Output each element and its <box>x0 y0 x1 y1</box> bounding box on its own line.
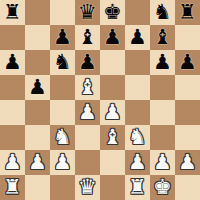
square-b4[interactable] <box>25 100 50 125</box>
square-g2[interactable]: ♟ <box>150 150 175 175</box>
square-a4[interactable] <box>0 100 25 125</box>
square-e1[interactable] <box>100 175 125 200</box>
square-d4[interactable]: ♟ <box>75 100 100 125</box>
piece-white-pawn[interactable]: ♟ <box>178 150 197 175</box>
square-a1[interactable]: ♜ <box>0 175 25 200</box>
square-g1[interactable]: ♚ <box>150 175 175 200</box>
square-h2[interactable]: ♟ <box>175 150 200 175</box>
square-d2[interactable] <box>75 150 100 175</box>
piece-black-knight[interactable]: ♞ <box>153 0 172 25</box>
square-f6[interactable] <box>125 50 150 75</box>
piece-white-queen[interactable]: ♛ <box>78 175 97 200</box>
piece-black-bishop[interactable]: ♝ <box>153 25 172 50</box>
square-g4[interactable] <box>150 100 175 125</box>
square-b6[interactable] <box>25 50 50 75</box>
square-e5[interactable] <box>100 75 125 100</box>
square-d5[interactable]: ♝ <box>75 75 100 100</box>
square-d3[interactable] <box>75 125 100 150</box>
piece-black-rook[interactable]: ♜ <box>3 0 22 25</box>
square-b5[interactable]: ♟ <box>25 75 50 100</box>
square-f2[interactable]: ♟ <box>125 150 150 175</box>
square-c6[interactable]: ♞ <box>50 50 75 75</box>
piece-black-queen[interactable]: ♛ <box>78 0 97 25</box>
square-d8[interactable]: ♛ <box>75 0 100 25</box>
chess-board: ♜♛♚♞♜♟♝♟♟♝♟♞♟♟♟♟♝♟♟♞♝♞♟♟♟♟♟♟♜♛♜♚ <box>0 0 200 200</box>
square-e8[interactable]: ♚ <box>100 0 125 25</box>
square-g3[interactable] <box>150 125 175 150</box>
square-d1[interactable]: ♛ <box>75 175 100 200</box>
square-h1[interactable] <box>175 175 200 200</box>
square-a3[interactable] <box>0 125 25 150</box>
square-b7[interactable] <box>25 25 50 50</box>
piece-black-pawn[interactable]: ♟ <box>128 25 147 50</box>
piece-white-pawn[interactable]: ♟ <box>28 150 47 175</box>
square-a7[interactable] <box>0 25 25 50</box>
square-h3[interactable] <box>175 125 200 150</box>
square-c4[interactable] <box>50 100 75 125</box>
square-f5[interactable] <box>125 75 150 100</box>
piece-black-pawn[interactable]: ♟ <box>103 25 122 50</box>
square-e7[interactable]: ♟ <box>100 25 125 50</box>
piece-white-pawn[interactable]: ♟ <box>78 100 97 125</box>
square-g6[interactable]: ♟ <box>150 50 175 75</box>
square-c3[interactable]: ♞ <box>50 125 75 150</box>
piece-white-rook[interactable]: ♜ <box>3 175 22 200</box>
square-g5[interactable] <box>150 75 175 100</box>
piece-black-pawn[interactable]: ♟ <box>28 75 47 100</box>
square-e4[interactable]: ♟ <box>100 100 125 125</box>
square-h6[interactable]: ♟ <box>175 50 200 75</box>
piece-black-rook[interactable]: ♜ <box>178 0 197 25</box>
piece-black-pawn[interactable]: ♟ <box>3 50 22 75</box>
piece-white-bishop[interactable]: ♝ <box>103 125 122 150</box>
piece-black-bishop[interactable]: ♝ <box>78 25 97 50</box>
piece-white-knight[interactable]: ♞ <box>53 125 72 150</box>
piece-black-pawn[interactable]: ♟ <box>178 50 197 75</box>
square-h8[interactable]: ♜ <box>175 0 200 25</box>
piece-white-pawn[interactable]: ♟ <box>103 100 122 125</box>
square-e3[interactable]: ♝ <box>100 125 125 150</box>
square-g8[interactable]: ♞ <box>150 0 175 25</box>
piece-white-pawn[interactable]: ♟ <box>153 150 172 175</box>
square-c2[interactable]: ♟ <box>50 150 75 175</box>
square-b2[interactable]: ♟ <box>25 150 50 175</box>
square-c5[interactable] <box>50 75 75 100</box>
piece-white-king[interactable]: ♚ <box>153 175 172 200</box>
square-f1[interactable]: ♜ <box>125 175 150 200</box>
square-a8[interactable]: ♜ <box>0 0 25 25</box>
square-b3[interactable] <box>25 125 50 150</box>
piece-white-pawn[interactable]: ♟ <box>3 150 22 175</box>
piece-black-knight[interactable]: ♞ <box>53 50 72 75</box>
square-h4[interactable] <box>175 100 200 125</box>
piece-black-king[interactable]: ♚ <box>103 0 122 25</box>
square-b8[interactable] <box>25 0 50 25</box>
square-b1[interactable] <box>25 175 50 200</box>
square-f3[interactable]: ♞ <box>125 125 150 150</box>
square-c8[interactable] <box>50 0 75 25</box>
square-f8[interactable] <box>125 0 150 25</box>
piece-white-knight[interactable]: ♞ <box>128 125 147 150</box>
square-h7[interactable] <box>175 25 200 50</box>
square-f4[interactable] <box>125 100 150 125</box>
square-c7[interactable]: ♟ <box>50 25 75 50</box>
square-a2[interactable]: ♟ <box>0 150 25 175</box>
square-c1[interactable] <box>50 175 75 200</box>
square-g7[interactable]: ♝ <box>150 25 175 50</box>
square-f7[interactable]: ♟ <box>125 25 150 50</box>
square-d6[interactable]: ♟ <box>75 50 100 75</box>
piece-white-rook[interactable]: ♜ <box>128 175 147 200</box>
square-e6[interactable] <box>100 50 125 75</box>
square-a5[interactable] <box>0 75 25 100</box>
piece-white-pawn[interactable]: ♟ <box>128 150 147 175</box>
square-h5[interactable] <box>175 75 200 100</box>
square-a6[interactable]: ♟ <box>0 50 25 75</box>
square-e2[interactable] <box>100 150 125 175</box>
piece-white-bishop[interactable]: ♝ <box>78 75 97 100</box>
square-d7[interactable]: ♝ <box>75 25 100 50</box>
piece-black-pawn[interactable]: ♟ <box>53 25 72 50</box>
piece-black-pawn[interactable]: ♟ <box>78 50 97 75</box>
piece-black-pawn[interactable]: ♟ <box>153 50 172 75</box>
piece-white-pawn[interactable]: ♟ <box>53 150 72 175</box>
